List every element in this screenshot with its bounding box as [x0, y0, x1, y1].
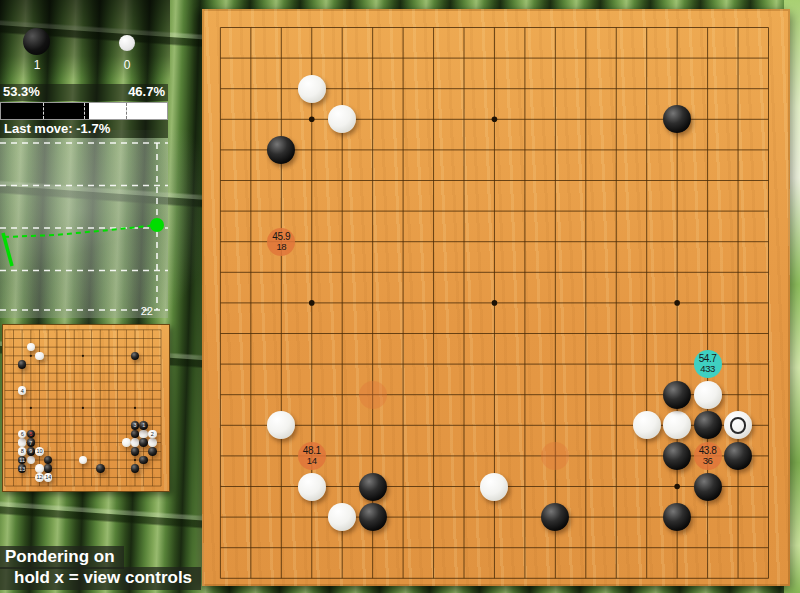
- move-number: 8: [18, 447, 27, 456]
- move-number: 11: [18, 456, 27, 465]
- stone-white-C7: 6: [18, 430, 27, 439]
- move-number: 6: [18, 430, 27, 439]
- stone-white-C5: 8: [18, 447, 27, 456]
- winrate-bar-white: [89, 103, 167, 119]
- stone-white-E3: [35, 464, 44, 473]
- stone-white-S7: 2: [148, 430, 157, 439]
- stone-black-C4: 11: [18, 456, 27, 465]
- move-number: 4: [18, 386, 27, 395]
- stone-black-C15: [267, 136, 295, 164]
- stone-black-R4: [694, 473, 722, 501]
- stone-black-Q5: [131, 447, 140, 456]
- stone-black-Q5: [663, 442, 691, 470]
- stone-white-S6: [148, 438, 157, 447]
- stone-black-D5: 9: [27, 447, 36, 456]
- black-winrate-label: 53.3%: [3, 84, 40, 99]
- stone-white-P6: [633, 411, 661, 439]
- white-stone-icon: [119, 35, 135, 51]
- winrate-bar-black: [1, 103, 89, 119]
- candidate-visits: 14: [307, 456, 317, 466]
- winrate-tick-50: [84, 103, 85, 119]
- winrate-labels: 53.3% 46.7%: [0, 84, 168, 101]
- black-capture-count: 1: [23, 58, 51, 72]
- white-capture-count: 0: [113, 58, 141, 72]
- last-move-marker: [730, 417, 747, 434]
- candidate-move-D5[interactable]: 48.114: [298, 442, 326, 470]
- move-number: 14: [44, 473, 53, 482]
- variation-preview-board: 1234567891011121314: [2, 324, 170, 492]
- winrate-bar: [0, 102, 168, 120]
- stone-black-F3: [359, 503, 387, 531]
- stone-black-F4: [359, 473, 387, 501]
- move-number: 2: [148, 430, 157, 439]
- candidate-visits: 433: [700, 364, 715, 374]
- stone-black-S5: [148, 447, 157, 456]
- stone-white-K4: [480, 473, 508, 501]
- move-number: 10: [35, 447, 44, 456]
- controls-hint: hold x = view controls: [0, 567, 201, 590]
- winrate-tick-25: [43, 103, 44, 119]
- stone-black-R6: [694, 411, 722, 439]
- stone-white-R7: [139, 430, 148, 439]
- move-number: 13: [18, 464, 27, 473]
- candidate-visits: 36: [703, 456, 713, 466]
- candidate-visits: 18: [276, 242, 286, 252]
- black-stone-icon: [23, 28, 50, 55]
- move-number: 7: [27, 438, 36, 447]
- stone-white-P6: [122, 438, 131, 447]
- stone-black-S5: [724, 442, 752, 470]
- white-winrate-label: 46.7%: [128, 84, 165, 99]
- move-number-label: 22: [141, 305, 153, 317]
- candidate-move-R5[interactable]: 43.836: [694, 442, 722, 470]
- stone-white-D4: [298, 473, 326, 501]
- current-move-dot: [150, 218, 164, 232]
- candidate-move-F7[interactable]: [359, 381, 387, 409]
- move-number: 5: [27, 430, 36, 439]
- move-number: 12: [35, 473, 44, 482]
- stone-black-Q7: [663, 381, 691, 409]
- stone-white-E5: 10: [35, 447, 44, 456]
- stone-white-F2: 14: [44, 473, 53, 482]
- move-number: 1: [139, 421, 148, 430]
- candidate-move-C12[interactable]: 45.918: [267, 228, 295, 256]
- stone-white-C12: 4: [18, 386, 27, 395]
- capture-tray: 1 0: [0, 0, 170, 80]
- app-window: 1 0 53.3% 46.7% Last move: -1.7% 22 54.7…: [0, 0, 800, 593]
- stone-white-E2: 12: [35, 473, 44, 482]
- stone-black-R6: [139, 438, 148, 447]
- stone-black-D6: 7: [27, 438, 36, 447]
- move-number: 9: [27, 447, 36, 456]
- stone-black-D7: 5: [27, 430, 36, 439]
- last-move-delta: Last move: -1.7%: [0, 120, 168, 138]
- winrate-tick-75: [126, 103, 127, 119]
- move-number: 3: [131, 421, 140, 430]
- stone-black-Q8: 3: [131, 421, 140, 430]
- stone-white-E16: [35, 352, 44, 361]
- winrate-graph-canvas[interactable]: 22: [0, 138, 168, 318]
- stone-white-Q6: [131, 438, 140, 447]
- stone-black-C3: 13: [18, 464, 27, 473]
- stone-white-D17: [298, 75, 326, 103]
- pondering-status: Pondering on: [0, 546, 124, 569]
- candidate-move-R8[interactable]: 54.7433: [694, 350, 722, 378]
- main-board[interactable]: 54.743345.91848.11443.836: [202, 9, 790, 586]
- stone-black-R8: 1: [139, 421, 148, 430]
- winrate-graph[interactable]: 22: [0, 138, 168, 318]
- stone-white-R7: [694, 381, 722, 409]
- stone-black-M3: [96, 464, 105, 473]
